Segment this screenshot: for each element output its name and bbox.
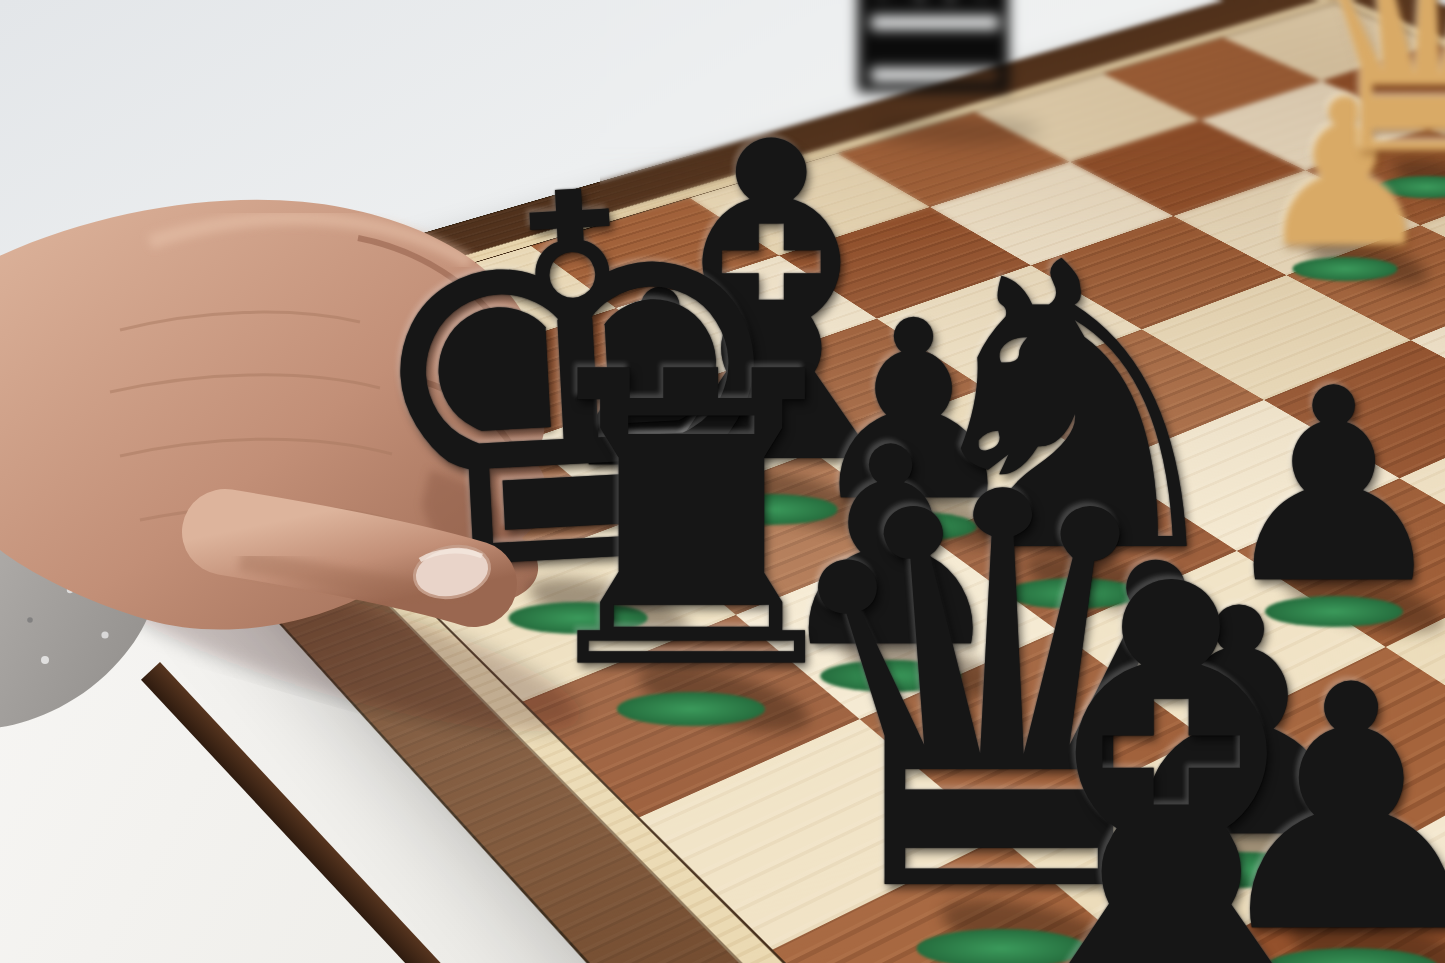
photo-scene: ♛ ♚♝♟♟♜♟♞♟♛♟♝♟♟♛ (0, 0, 1445, 963)
piece-white-queen-h7: ♛ (1288, 0, 1445, 199)
piece-black-bishop-a1: ♝ (898, 509, 1444, 963)
